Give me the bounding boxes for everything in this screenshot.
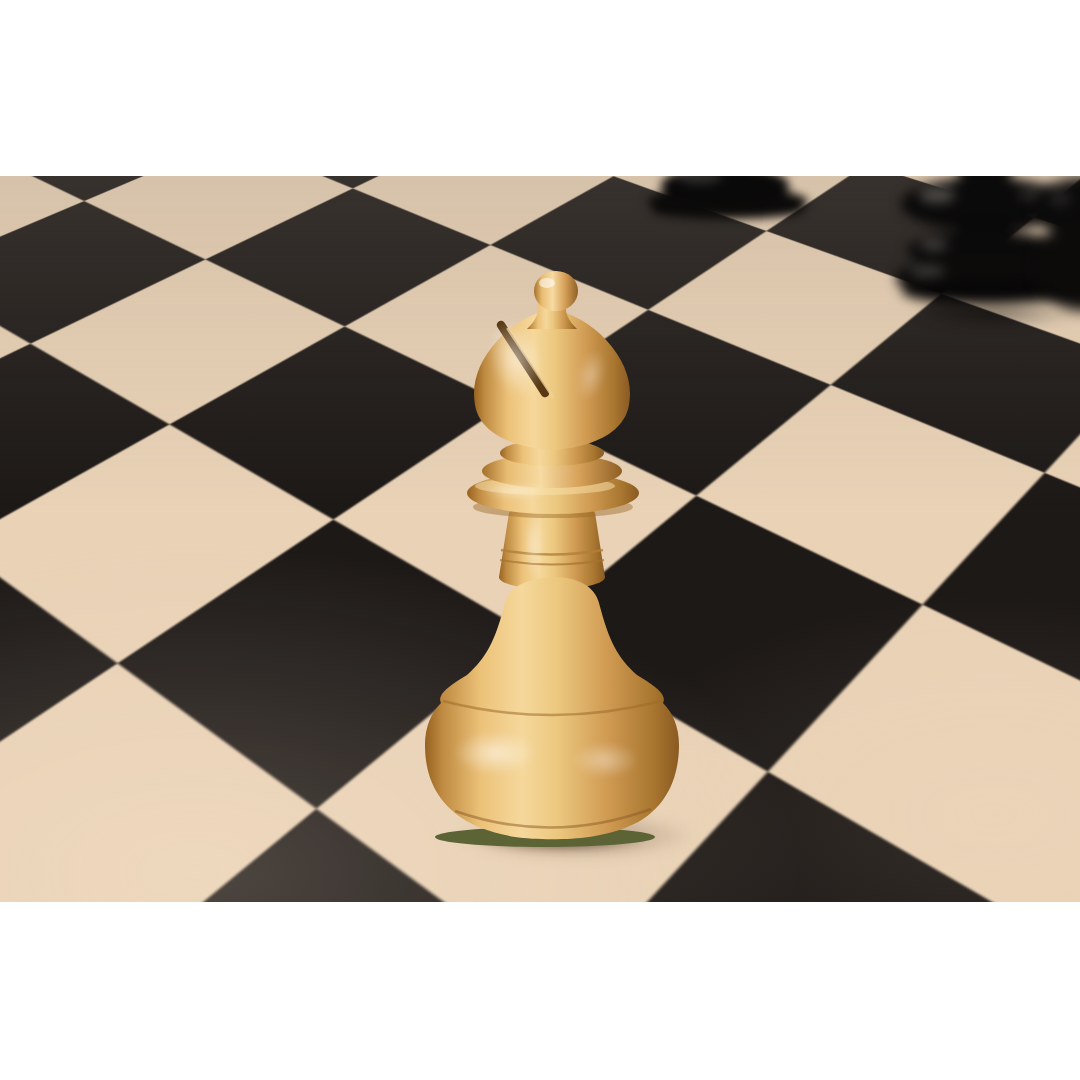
black-piece-3: ♜ bbox=[1008, 176, 1080, 324]
black-piece-1: ♟ bbox=[630, 176, 820, 228]
white-bishop: ♗ bbox=[395, 255, 695, 859]
photo-band: ♟ ♛ ♜ bbox=[0, 176, 1080, 902]
